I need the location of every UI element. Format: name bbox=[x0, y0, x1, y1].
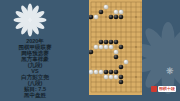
star-point bbox=[135, 46, 137, 48]
black-stone bbox=[104, 70, 109, 75]
white-stone bbox=[94, 70, 99, 75]
black-stone bbox=[114, 40, 119, 45]
snowflake-watermark-icon: ❋ bbox=[166, 66, 174, 76]
black-stone bbox=[114, 70, 119, 75]
star-point bbox=[135, 76, 137, 78]
white-stone bbox=[124, 60, 129, 65]
black-stone bbox=[109, 15, 114, 20]
chrysanthemum-icon bbox=[12, 3, 48, 37]
black-stone bbox=[119, 45, 124, 50]
white-stone bbox=[114, 50, 119, 55]
white-stone bbox=[99, 45, 104, 50]
white-stone bbox=[94, 15, 99, 20]
black-stone bbox=[109, 40, 114, 45]
white-stone bbox=[104, 75, 109, 80]
badge-logo-icon bbox=[151, 86, 157, 92]
badge-text: 围棋十段 bbox=[158, 86, 176, 92]
go-board bbox=[89, 0, 142, 95]
white-stone bbox=[109, 75, 114, 80]
match-info-panel: 2020年 围棋甲级联赛 网络预选赛 黑方辜梓豪 (九段) VS 白方彭立尧 (… bbox=[0, 38, 70, 98]
black-stone bbox=[119, 80, 124, 85]
black-stone bbox=[114, 15, 119, 20]
white-stone bbox=[104, 45, 109, 50]
white-stone bbox=[99, 70, 104, 75]
black-stone bbox=[99, 40, 104, 45]
black-stone bbox=[119, 75, 124, 80]
black-stone bbox=[109, 70, 114, 75]
white-stone bbox=[114, 10, 119, 15]
white-stone bbox=[109, 45, 114, 50]
thumbnail-stage: 2020年 围棋甲级联赛 网络预选赛 黑方辜梓豪 (九段) VS 白方彭立尧 (… bbox=[0, 0, 180, 101]
black-stone bbox=[99, 10, 104, 15]
channel-badge: 围棋十段 bbox=[151, 85, 176, 92]
black-stone bbox=[114, 55, 119, 60]
white-stone bbox=[114, 75, 119, 80]
black-stone bbox=[119, 65, 124, 70]
go-board-svg bbox=[89, 0, 142, 95]
black-stone bbox=[104, 40, 109, 45]
white-stone bbox=[104, 5, 109, 10]
star-point bbox=[135, 16, 137, 18]
white-stone bbox=[89, 70, 93, 75]
result-label: 黑中盘胜 bbox=[0, 92, 70, 98]
white-stone bbox=[94, 45, 99, 50]
white-stone bbox=[119, 10, 124, 15]
black-stone bbox=[119, 15, 124, 20]
star-point bbox=[105, 16, 107, 18]
